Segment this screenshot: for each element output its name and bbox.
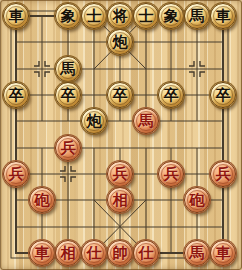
piece-label: 相: [61, 246, 76, 261]
piece-label: 兵: [9, 167, 24, 182]
piece-black-horse[interactable]: 馬: [55, 56, 81, 82]
piece-red-elephant[interactable]: 相: [55, 240, 81, 266]
piece-red-horse[interactable]: 馬: [133, 108, 159, 134]
piece-label: 帥: [113, 246, 128, 261]
piece-label: 仕: [87, 246, 102, 261]
piece-black-soldier[interactable]: 卒: [3, 82, 29, 108]
piece-black-general[interactable]: 将: [107, 3, 133, 29]
piece-label: 兵: [61, 141, 76, 156]
piece-black-advisor[interactable]: 士: [133, 3, 159, 29]
piece-red-cannon[interactable]: 砲: [29, 187, 55, 213]
piece-red-cannon[interactable]: 砲: [184, 187, 210, 213]
piece-red-elephant[interactable]: 相: [107, 187, 133, 213]
piece-label: 砲: [35, 193, 50, 208]
piece-red-advisor[interactable]: 仕: [81, 240, 107, 266]
piece-label: 将: [113, 9, 128, 24]
piece-black-soldier[interactable]: 卒: [210, 82, 236, 108]
piece-red-soldier[interactable]: 兵: [3, 161, 29, 187]
piece-label: 卒: [164, 88, 179, 103]
piece-label: 車: [9, 9, 24, 24]
piece-label: 炮: [113, 35, 128, 50]
piece-black-elephant[interactable]: 象: [158, 3, 184, 29]
piece-red-advisor[interactable]: 仕: [133, 240, 159, 266]
piece-red-soldier[interactable]: 兵: [158, 161, 184, 187]
piece-black-advisor[interactable]: 士: [81, 3, 107, 29]
piece-red-chariot[interactable]: 車: [210, 240, 236, 266]
piece-label: 兵: [113, 167, 128, 182]
piece-label: 相: [113, 193, 128, 208]
piece-red-soldier[interactable]: 兵: [210, 161, 236, 187]
piece-black-elephant[interactable]: 象: [55, 3, 81, 29]
piece-label: 卒: [61, 88, 76, 103]
piece-label: 兵: [164, 167, 179, 182]
piece-black-soldier[interactable]: 卒: [107, 82, 133, 108]
piece-label: 士: [139, 9, 154, 24]
piece-red-soldier[interactable]: 兵: [107, 161, 133, 187]
piece-label: 士: [87, 9, 102, 24]
piece-label: 砲: [190, 193, 205, 208]
piece-black-soldier[interactable]: 卒: [55, 82, 81, 108]
piece-label: 兵: [216, 167, 231, 182]
piece-label: 馬: [61, 62, 76, 77]
piece-label: 馬: [139, 114, 154, 129]
piece-black-soldier[interactable]: 卒: [158, 82, 184, 108]
piece-label: 象: [61, 9, 76, 24]
piece-red-soldier[interactable]: 兵: [55, 135, 81, 161]
piece-label: 卒: [113, 88, 128, 103]
piece-label: 卒: [216, 88, 231, 103]
piece-red-horse[interactable]: 馬: [184, 240, 210, 266]
piece-label: 馬: [190, 9, 205, 24]
piece-black-cannon[interactable]: 炮: [107, 29, 133, 55]
piece-red-general[interactable]: 帥: [107, 240, 133, 266]
piece-label: 馬: [190, 246, 205, 261]
piece-label: 炮: [87, 114, 102, 129]
piece-red-chariot[interactable]: 車: [29, 240, 55, 266]
piece-label: 象: [164, 9, 179, 24]
piece-label: 車: [35, 246, 50, 261]
piece-label: 車: [216, 246, 231, 261]
piece-black-chariot[interactable]: 車: [3, 3, 29, 29]
xiangqi-app: 車象士将士象馬車炮馬卒卒卒卒卒炮馬兵兵兵兵兵砲相砲車相仕帥仕馬車: [0, 0, 242, 270]
piece-black-cannon[interactable]: 炮: [81, 108, 107, 134]
piece-label: 卒: [9, 88, 24, 103]
piece-label: 車: [216, 9, 231, 24]
piece-black-chariot[interactable]: 車: [210, 3, 236, 29]
xiangqi-board[interactable]: 車象士将士象馬車炮馬卒卒卒卒卒炮馬兵兵兵兵兵砲相砲車相仕帥仕馬車: [0, 0, 242, 270]
piece-label: 仕: [139, 246, 154, 261]
piece-black-horse[interactable]: 馬: [184, 3, 210, 29]
